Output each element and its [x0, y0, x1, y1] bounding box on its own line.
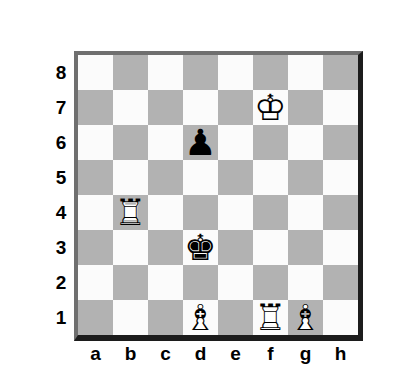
square-b7	[113, 90, 148, 125]
square-h7	[323, 90, 358, 125]
square-d5	[183, 160, 218, 195]
square-f6	[253, 125, 288, 160]
square-b8	[113, 55, 148, 90]
square-e8	[218, 55, 253, 90]
square-a7	[78, 90, 113, 125]
square-g8	[288, 55, 323, 90]
square-c1	[148, 300, 183, 335]
piece-white-rook: ♜♖	[254, 300, 286, 335]
piece-white-bishop: ♝♗	[289, 300, 321, 335]
square-e2	[218, 265, 253, 300]
square-c5	[148, 160, 183, 195]
white-rook-glyph: ♖	[114, 192, 146, 233]
square-g3	[288, 230, 323, 265]
square-e1	[218, 300, 253, 335]
square-a6	[78, 125, 113, 160]
rank-labels: 87654321	[50, 55, 72, 335]
square-b3	[113, 230, 148, 265]
square-b4: ♜♖	[113, 195, 148, 230]
board-frame: ♚♔♟♜♖♚♝♗♜♖♝♗	[74, 51, 363, 341]
square-e5	[218, 160, 253, 195]
square-h2	[323, 265, 358, 300]
square-f5	[253, 160, 288, 195]
square-c2	[148, 265, 183, 300]
square-g4	[288, 195, 323, 230]
square-b1	[113, 300, 148, 335]
square-b2	[113, 265, 148, 300]
square-h3	[323, 230, 358, 265]
white-bishop-glyph: ♗	[184, 297, 216, 338]
file-label-a: a	[78, 343, 113, 365]
rank-label-1: 1	[50, 300, 72, 335]
rank-label-5: 5	[50, 160, 72, 195]
chess-board: ♚♔♟♜♖♚♝♗♜♖♝♗	[78, 55, 358, 335]
square-e4	[218, 195, 253, 230]
square-d3: ♚	[183, 230, 218, 265]
square-f3	[253, 230, 288, 265]
square-h4	[323, 195, 358, 230]
square-g1: ♝♗	[288, 300, 323, 335]
square-f1: ♜♖	[253, 300, 288, 335]
piece-black-king: ♚	[184, 230, 216, 265]
file-label-g: g	[288, 343, 323, 365]
square-a1	[78, 300, 113, 335]
square-e3	[218, 230, 253, 265]
square-h1	[323, 300, 358, 335]
square-c7	[148, 90, 183, 125]
file-labels: abcdefgh	[78, 343, 358, 363]
square-h5	[323, 160, 358, 195]
square-c6	[148, 125, 183, 160]
file-label-e: e	[218, 343, 253, 365]
rank-label-6: 6	[50, 125, 72, 160]
square-f4	[253, 195, 288, 230]
file-label-c: c	[148, 343, 183, 365]
square-b6	[113, 125, 148, 160]
black-pawn-glyph: ♟	[184, 122, 216, 163]
square-h8	[323, 55, 358, 90]
chess-diagram: 87654321 ♚♔♟♜♖♚♝♗♜♖♝♗ abcdefgh	[0, 0, 400, 383]
square-d4	[183, 195, 218, 230]
piece-white-bishop: ♝♗	[184, 300, 216, 335]
square-c3	[148, 230, 183, 265]
square-d2	[183, 265, 218, 300]
square-d8	[183, 55, 218, 90]
square-a3	[78, 230, 113, 265]
file-label-b: b	[113, 343, 148, 365]
square-g6	[288, 125, 323, 160]
piece-white-king: ♚♔	[254, 90, 286, 125]
rank-label-7: 7	[50, 90, 72, 125]
square-e6	[218, 125, 253, 160]
black-king-glyph: ♚	[184, 227, 216, 268]
square-h6	[323, 125, 358, 160]
square-d6: ♟	[183, 125, 218, 160]
rank-label-2: 2	[50, 265, 72, 300]
square-g7	[288, 90, 323, 125]
rank-label-8: 8	[50, 55, 72, 90]
square-g5	[288, 160, 323, 195]
white-rook-glyph: ♖	[254, 297, 286, 338]
square-b5	[113, 160, 148, 195]
square-c4	[148, 195, 183, 230]
white-king-glyph: ♔	[254, 87, 286, 128]
square-a5	[78, 160, 113, 195]
square-d1: ♝♗	[183, 300, 218, 335]
file-label-f: f	[253, 343, 288, 365]
square-e7	[218, 90, 253, 125]
square-f2	[253, 265, 288, 300]
rank-label-3: 3	[50, 230, 72, 265]
file-label-d: d	[183, 343, 218, 365]
square-c8	[148, 55, 183, 90]
file-label-h: h	[323, 343, 358, 365]
white-bishop-glyph: ♗	[289, 297, 321, 338]
square-f8	[253, 55, 288, 90]
square-a4	[78, 195, 113, 230]
piece-black-pawn: ♟	[184, 125, 216, 160]
square-a8	[78, 55, 113, 90]
piece-white-rook: ♜♖	[114, 195, 146, 230]
square-d7	[183, 90, 218, 125]
square-f7: ♚♔	[253, 90, 288, 125]
square-a2	[78, 265, 113, 300]
square-g2	[288, 265, 323, 300]
rank-label-4: 4	[50, 195, 72, 230]
